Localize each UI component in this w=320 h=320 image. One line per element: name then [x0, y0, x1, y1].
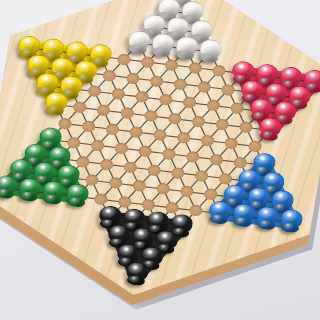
board-hole — [209, 153, 224, 165]
hole-r7-8[interactable] — [206, 96, 221, 115]
board-hole — [165, 202, 180, 214]
board-hole — [72, 101, 87, 113]
hole-r7-2[interactable] — [63, 79, 78, 98]
hole-r13-12[interactable] — [260, 210, 275, 229]
board-hole — [164, 59, 179, 71]
board-hole — [171, 167, 186, 179]
chinese-checkers-board — [0, 0, 320, 317]
board-hole — [114, 142, 129, 154]
board-hole — [182, 97, 197, 109]
hole-r7-4[interactable] — [111, 85, 126, 104]
board-hole — [197, 80, 212, 92]
board-hole — [248, 140, 263, 152]
hole-r16-2[interactable] — [144, 249, 159, 268]
board-hole — [102, 69, 117, 81]
hole-r5-8[interactable] — [188, 58, 203, 77]
board-hole — [126, 72, 141, 84]
board-hole — [173, 78, 188, 90]
hole-r8-8[interactable] — [215, 115, 230, 134]
hole-r9-3[interactable] — [105, 120, 120, 139]
board-hole — [132, 180, 147, 192]
hole-r13-13[interactable] — [284, 213, 299, 232]
hole-r5-7[interactable] — [164, 55, 179, 74]
hole-r15-3[interactable] — [159, 233, 174, 252]
hole-r6-6[interactable] — [149, 72, 164, 91]
board-hole — [67, 136, 82, 148]
hole-r9-6[interactable] — [176, 128, 191, 147]
hole-r6-9[interactable] — [221, 80, 236, 99]
hole-r9-5[interactable] — [153, 126, 168, 145]
hole-r13-4[interactable] — [70, 187, 85, 206]
hole-r12-7[interactable] — [156, 179, 171, 198]
board-hole — [117, 196, 132, 208]
board-hole — [158, 94, 173, 106]
hole-r12-5[interactable] — [108, 174, 123, 193]
hole-r13-9[interactable] — [189, 201, 204, 220]
hole-r10-4[interactable] — [114, 139, 129, 158]
hole-r5-6[interactable] — [140, 53, 155, 72]
hole-r13-11[interactable] — [236, 207, 251, 226]
hole-r8-5[interactable] — [144, 107, 159, 126]
hole-r10-7[interactable] — [185, 147, 200, 166]
board-hole — [58, 117, 73, 129]
board-hole — [239, 121, 254, 133]
board-hole — [200, 134, 215, 146]
board-surface — [0, 0, 320, 317]
hole-r11-7[interactable] — [171, 163, 186, 182]
hole-r4-4[interactable] — [203, 42, 218, 61]
hole-r10-6[interactable] — [162, 144, 177, 163]
board-hole — [147, 164, 162, 176]
hole-r8-2[interactable] — [72, 98, 87, 117]
board-hole — [221, 83, 236, 95]
board-hole — [162, 148, 177, 160]
hole-r7-11[interactable] — [277, 105, 292, 124]
board-hole — [141, 199, 156, 211]
hole-r11-4[interactable] — [99, 155, 114, 174]
board-hole — [111, 88, 126, 100]
board-hole — [233, 156, 248, 168]
peg-blue[interactable] — [279, 209, 304, 230]
hole-r12-8[interactable] — [180, 182, 195, 201]
hole-r8-10[interactable] — [262, 121, 277, 140]
hole-r8-4[interactable] — [120, 104, 135, 123]
hole-r6-12[interactable] — [292, 89, 307, 108]
board-hole — [167, 113, 182, 125]
board-hole — [149, 75, 164, 87]
hole-r4-2[interactable] — [155, 37, 170, 56]
board-hole — [140, 56, 155, 68]
board-hole — [120, 107, 135, 119]
board-hole — [81, 120, 96, 132]
board-hole — [87, 85, 102, 97]
hole-r6-8[interactable] — [197, 77, 212, 96]
board-hole — [96, 104, 111, 116]
photo-scene — [0, 0, 320, 320]
hole-r7-7[interactable] — [182, 93, 197, 112]
hole-r10-5[interactable] — [138, 142, 153, 161]
board-hole — [105, 123, 120, 135]
board-hole — [85, 174, 100, 186]
hole-r9-4[interactable] — [129, 123, 144, 142]
hole-r8-9[interactable] — [239, 118, 254, 137]
hole-r7-3[interactable] — [87, 82, 102, 101]
hole-r11-5[interactable] — [123, 158, 138, 177]
hole-r9-8[interactable] — [224, 134, 239, 153]
hole-r10-8[interactable] — [209, 150, 224, 169]
board-hole — [212, 64, 227, 76]
hole-r8-3[interactable] — [96, 101, 111, 120]
board-hole — [180, 186, 195, 198]
hole-r7-5[interactable] — [135, 88, 150, 107]
hole-r12-4[interactable] — [85, 171, 100, 190]
hole-r13-3[interactable] — [46, 184, 61, 203]
board-hole — [117, 53, 132, 65]
board-hole — [123, 161, 138, 173]
board-hole — [129, 126, 144, 138]
board-hole — [189, 204, 204, 216]
hole-r6-7[interactable] — [173, 74, 188, 93]
hole-r4-1[interactable] — [131, 34, 146, 53]
board-hole — [188, 62, 203, 74]
hole-r12-6[interactable] — [132, 177, 147, 196]
hole-r5-5[interactable] — [117, 50, 132, 69]
board-hole — [215, 118, 230, 130]
hole-r7-9[interactable] — [230, 99, 245, 118]
hole-r11-6[interactable] — [147, 161, 162, 180]
hole-r6-3[interactable] — [78, 63, 93, 82]
hole-r5-4[interactable] — [93, 47, 108, 66]
board-hole — [230, 102, 245, 114]
hole-r8-6[interactable] — [167, 109, 182, 128]
board-hole — [203, 188, 218, 200]
board-hole — [185, 150, 200, 162]
board-hole — [153, 129, 168, 141]
board-hole — [218, 172, 233, 184]
peg-white[interactable] — [198, 38, 223, 59]
board-hole — [76, 155, 91, 167]
board-hole — [224, 137, 239, 149]
hole-r4-3[interactable] — [179, 39, 194, 58]
hole-r9-2[interactable] — [81, 117, 96, 136]
board-hole — [191, 115, 206, 127]
hole-r5-9[interactable] — [212, 61, 227, 80]
hole-r11-3[interactable] — [76, 152, 91, 171]
board-hole — [144, 110, 159, 122]
board-hole — [156, 183, 171, 195]
hole-r10-3[interactable] — [90, 136, 105, 155]
hole-r13-10[interactable] — [212, 204, 227, 223]
hole-r13-2[interactable] — [22, 181, 37, 200]
peg-yellow[interactable] — [17, 34, 42, 55]
hole-r13-1[interactable] — [0, 179, 13, 198]
hole-r9-1[interactable] — [58, 114, 73, 133]
peg-red[interactable] — [231, 60, 256, 81]
board-hole — [194, 169, 209, 181]
hole-r7-6[interactable] — [158, 91, 173, 110]
hole-r6-5[interactable] — [126, 69, 141, 88]
hole-r10-2[interactable] — [67, 133, 82, 152]
board-hole — [176, 132, 191, 144]
board-hole — [138, 145, 153, 157]
hole-r17-1[interactable] — [129, 266, 144, 285]
hole-r11-8[interactable] — [194, 166, 209, 185]
board-hole — [206, 99, 221, 111]
hole-r8-7[interactable] — [191, 112, 206, 131]
hole-r8-1[interactable] — [49, 95, 64, 114]
board-hole — [135, 91, 150, 103]
board-hole — [90, 139, 105, 151]
hole-r9-7[interactable] — [200, 131, 215, 150]
board-hole — [99, 158, 114, 170]
board-hole — [94, 193, 109, 205]
hole-r6-4[interactable] — [102, 66, 117, 85]
hole-r14-4[interactable] — [174, 217, 189, 236]
board-hole — [108, 177, 123, 189]
